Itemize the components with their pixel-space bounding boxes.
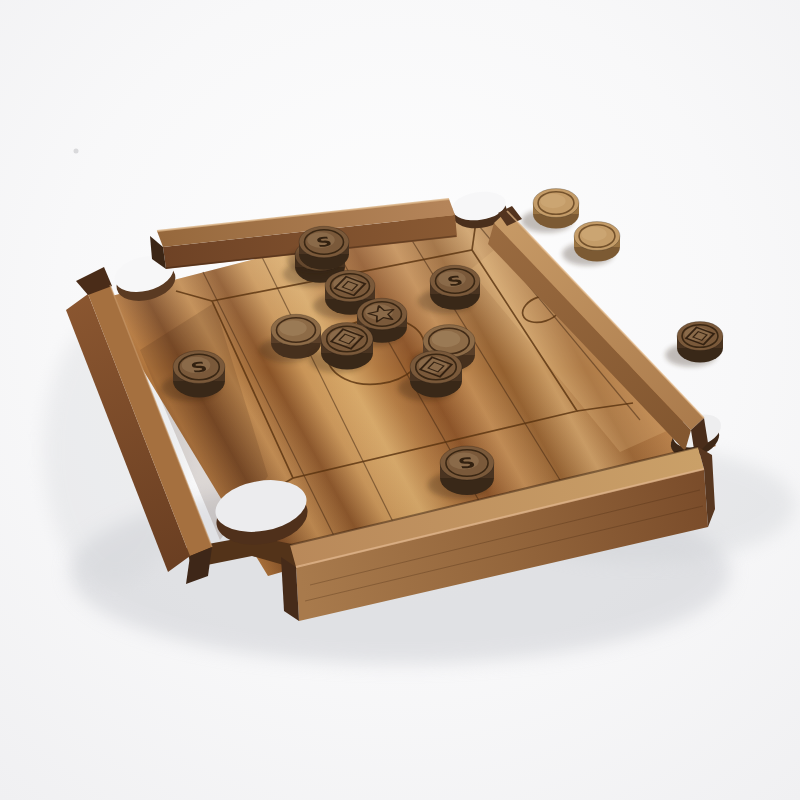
board-game-scene: SSSS xyxy=(0,0,800,800)
product-photo-stage: SSSS xyxy=(0,0,800,800)
background-speck xyxy=(74,149,79,154)
